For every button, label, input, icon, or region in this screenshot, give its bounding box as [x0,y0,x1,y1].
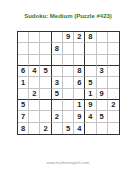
cell-r3c2[interactable] [29,55,40,66]
cell-r1c6[interactable]: 2 [74,32,85,43]
cell-r4c6[interactable]: 8 [74,66,85,77]
cell-r4c1[interactable]: 6 [18,66,29,77]
cell-r8c2[interactable] [29,111,40,122]
cell-r3c6[interactable] [74,55,85,66]
cell-r8c1[interactable]: 7 [18,111,29,122]
cell-r7c5[interactable] [63,100,74,111]
cell-r5c7[interactable]: 5 [85,77,96,88]
cell-r3c5[interactable] [63,55,74,66]
cell-r7c7[interactable]: 9 [85,100,96,111]
cell-r3c8[interactable] [97,55,108,66]
cell-r9c1[interactable]: 8 [18,123,29,134]
cell-r2c2[interactable] [29,43,40,54]
cell-r1c7[interactable]: 8 [85,32,96,43]
cell-r2c6[interactable] [74,43,85,54]
cell-r6c4[interactable]: 5 [52,89,63,100]
cell-r6c2[interactable]: 2 [29,89,40,100]
cell-r5c8[interactable] [97,77,108,88]
cell-r5c6[interactable]: 6 [74,77,85,88]
footer-url: www.mathinenglish.com [0,160,136,165]
cell-r7c1[interactable]: 5 [18,100,29,111]
cell-r5c9[interactable] [108,77,119,88]
cell-r7c4[interactable] [52,100,63,111]
cell-r4c5[interactable] [63,66,74,77]
cell-r4c9[interactable] [108,66,119,77]
cell-r9c3[interactable]: 2 [40,123,51,134]
cell-r7c2[interactable] [29,100,40,111]
cell-r5c3[interactable] [40,77,51,88]
cell-r9c2[interactable] [29,123,40,134]
cell-r2c5[interactable] [63,43,74,54]
cell-r2c7[interactable] [85,43,96,54]
cell-r6c1[interactable] [18,89,29,100]
cell-r6c9[interactable] [108,89,119,100]
cell-r8c4[interactable]: 2 [52,111,63,122]
cell-r2c8[interactable] [97,43,108,54]
cell-r8c9[interactable] [108,111,119,122]
cell-r2c3[interactable] [40,43,51,54]
cell-r8c6[interactable]: 9 [74,111,85,122]
cell-r1c3[interactable] [40,32,51,43]
cell-r4c2[interactable]: 4 [29,66,40,77]
cell-r6c8[interactable]: 9 [97,89,108,100]
cell-r3c1[interactable] [18,55,29,66]
cell-r5c1[interactable]: 1 [18,77,29,88]
cell-r1c8[interactable] [97,32,108,43]
cell-r7c3[interactable] [40,100,51,111]
cell-r6c6[interactable] [74,89,85,100]
cell-r7c9[interactable]: 2 [108,100,119,111]
cell-r9c6[interactable]: 4 [74,123,85,134]
cell-r4c8[interactable]: 3 [97,66,108,77]
page-title: Sudoku: Medium (Puzzle #423) [0,13,136,19]
cell-r3c4[interactable] [52,55,63,66]
cell-r2c1[interactable] [18,43,29,54]
cell-r6c7[interactable]: 1 [85,89,96,100]
sudoku-board: 928864583136525195192729458254 [17,31,120,135]
cell-r3c7[interactable] [85,55,96,66]
cell-r5c4[interactable]: 3 [52,77,63,88]
cell-r1c5[interactable]: 9 [63,32,74,43]
cell-r9c4[interactable] [52,123,63,134]
cell-r9c5[interactable]: 5 [63,123,74,134]
cell-r6c3[interactable] [40,89,51,100]
cell-r3c3[interactable] [40,55,51,66]
cell-r6c5[interactable] [63,89,74,100]
cell-r9c7[interactable] [85,123,96,134]
cell-r3c9[interactable] [108,55,119,66]
cell-r4c4[interactable] [52,66,63,77]
cell-r4c7[interactable] [85,66,96,77]
cell-r8c5[interactable] [63,111,74,122]
cell-r1c1[interactable] [18,32,29,43]
cell-r9c9[interactable] [108,123,119,134]
cell-r5c5[interactable] [63,77,74,88]
cell-r2c9[interactable] [108,43,119,54]
cell-r1c4[interactable] [52,32,63,43]
cell-r4c3[interactable]: 5 [40,66,51,77]
cell-r1c9[interactable] [108,32,119,43]
cell-r9c8[interactable] [97,123,108,134]
cell-r7c6[interactable]: 1 [74,100,85,111]
cell-r2c4[interactable]: 8 [52,43,63,54]
cell-r1c2[interactable] [29,32,40,43]
cell-r8c7[interactable]: 4 [85,111,96,122]
cell-r7c8[interactable] [97,100,108,111]
cell-r8c8[interactable]: 5 [97,111,108,122]
cell-r5c2[interactable] [29,77,40,88]
cell-r8c3[interactable] [40,111,51,122]
